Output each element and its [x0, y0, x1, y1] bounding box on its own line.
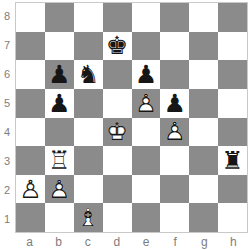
- rank-label-8: 8: [0, 2, 14, 31]
- square-e2[interactable]: [132, 175, 161, 204]
- piece-white-rook[interactable]: ♜♖: [48, 148, 70, 173]
- square-c6[interactable]: ♞: [74, 60, 103, 89]
- square-d2[interactable]: [103, 175, 132, 204]
- piece-white-pawn[interactable]: ♟♙: [135, 91, 157, 116]
- square-g5[interactable]: [189, 89, 218, 118]
- square-b7[interactable]: [45, 32, 74, 61]
- piece-white-king[interactable]: ♚♔: [106, 119, 128, 144]
- square-c1[interactable]: ♝♗: [74, 203, 103, 232]
- file-label-e: e: [132, 233, 161, 250]
- square-e8[interactable]: [132, 3, 161, 32]
- square-a1[interactable]: [16, 203, 45, 232]
- square-f7[interactable]: [160, 32, 189, 61]
- chess-board: ♚♟♞♟♟♟♙♟♚♔♟♙♜♖♜♟♙♟♙♝♗: [15, 2, 248, 233]
- square-f4[interactable]: ♟♙: [160, 118, 189, 147]
- square-f3[interactable]: [160, 146, 189, 175]
- square-b5[interactable]: ♟: [45, 89, 74, 118]
- rank-label-6: 6: [0, 60, 14, 89]
- square-h7[interactable]: [218, 32, 247, 61]
- piece-glyph-outline: ♖: [48, 148, 70, 173]
- square-g2[interactable]: [189, 175, 218, 204]
- piece-white-bishop[interactable]: ♝♗: [77, 205, 99, 230]
- square-c4[interactable]: [74, 118, 103, 147]
- square-e7[interactable]: [132, 32, 161, 61]
- square-d3[interactable]: [103, 146, 132, 175]
- square-c5[interactable]: [74, 89, 103, 118]
- rank-label-2: 2: [0, 175, 14, 204]
- square-b3[interactable]: ♜♖: [45, 146, 74, 175]
- file-label-b: b: [44, 233, 73, 250]
- piece-glyph-outline: ♔: [106, 119, 128, 144]
- piece-black-rook[interactable]: ♜: [221, 148, 243, 173]
- square-b1[interactable]: [45, 203, 74, 232]
- square-d5[interactable]: [103, 89, 132, 118]
- square-f5[interactable]: ♟: [160, 89, 189, 118]
- square-d6[interactable]: [103, 60, 132, 89]
- square-h4[interactable]: [218, 118, 247, 147]
- file-label-c: c: [73, 233, 102, 250]
- piece-glyph-outline: ♙: [164, 119, 186, 144]
- file-label-a: a: [15, 233, 44, 250]
- piece-black-knight[interactable]: ♞: [77, 62, 99, 87]
- square-d8[interactable]: [103, 3, 132, 32]
- square-a4[interactable]: [16, 118, 45, 147]
- rank-label-7: 7: [0, 31, 14, 60]
- square-d7[interactable]: ♚: [103, 32, 132, 61]
- rank-label-3: 3: [0, 146, 14, 175]
- square-e5[interactable]: ♟♙: [132, 89, 161, 118]
- piece-glyph-outline: ♗: [77, 205, 99, 230]
- square-b8[interactable]: [45, 3, 74, 32]
- square-g4[interactable]: [189, 118, 218, 147]
- square-f8[interactable]: [160, 3, 189, 32]
- piece-white-pawn[interactable]: ♟♙: [19, 177, 41, 202]
- piece-glyph-outline: ♙: [48, 177, 70, 202]
- file-label-d: d: [102, 233, 131, 250]
- square-c7[interactable]: [74, 32, 103, 61]
- rank-labels: 87654321: [0, 2, 14, 233]
- piece-glyph-outline: ♙: [19, 177, 41, 202]
- file-label-h: h: [219, 233, 248, 250]
- square-c3[interactable]: [74, 146, 103, 175]
- square-e1[interactable]: [132, 203, 161, 232]
- piece-white-pawn[interactable]: ♟♙: [164, 119, 186, 144]
- square-a3[interactable]: [16, 146, 45, 175]
- square-e4[interactable]: [132, 118, 161, 147]
- square-b2[interactable]: ♟♙: [45, 175, 74, 204]
- square-h3[interactable]: ♜: [218, 146, 247, 175]
- piece-black-pawn[interactable]: ♟: [48, 62, 70, 87]
- rank-label-4: 4: [0, 118, 14, 147]
- rank-label-5: 5: [0, 89, 14, 118]
- square-e3[interactable]: [132, 146, 161, 175]
- piece-black-pawn[interactable]: ♟: [135, 62, 157, 87]
- square-h1[interactable]: [218, 203, 247, 232]
- square-f1[interactable]: [160, 203, 189, 232]
- square-g8[interactable]: [189, 3, 218, 32]
- square-d1[interactable]: [103, 203, 132, 232]
- square-a5[interactable]: [16, 89, 45, 118]
- file-labels: abcdefgh: [15, 233, 248, 250]
- piece-black-king[interactable]: ♚: [106, 33, 128, 58]
- square-a8[interactable]: [16, 3, 45, 32]
- file-label-f: f: [161, 233, 190, 250]
- square-h8[interactable]: [218, 3, 247, 32]
- file-label-g: g: [190, 233, 219, 250]
- square-c8[interactable]: [74, 3, 103, 32]
- square-g6[interactable]: [189, 60, 218, 89]
- piece-glyph-outline: ♙: [135, 91, 157, 116]
- square-c2[interactable]: [74, 175, 103, 204]
- square-a6[interactable]: [16, 60, 45, 89]
- square-h6[interactable]: [218, 60, 247, 89]
- rank-label-1: 1: [0, 204, 14, 233]
- square-b4[interactable]: [45, 118, 74, 147]
- square-a7[interactable]: [16, 32, 45, 61]
- square-f6[interactable]: [160, 60, 189, 89]
- square-g7[interactable]: [189, 32, 218, 61]
- square-h5[interactable]: [218, 89, 247, 118]
- square-f2[interactable]: [160, 175, 189, 204]
- square-b6[interactable]: ♟: [45, 60, 74, 89]
- square-g3[interactable]: [189, 146, 218, 175]
- square-h2[interactable]: [218, 175, 247, 204]
- square-g1[interactable]: [189, 203, 218, 232]
- square-e6[interactable]: ♟: [132, 60, 161, 89]
- square-a2[interactable]: ♟♙: [16, 175, 45, 204]
- piece-white-pawn[interactable]: ♟♙: [48, 177, 70, 202]
- piece-black-pawn[interactable]: ♟: [48, 91, 70, 116]
- square-d4[interactable]: ♚♔: [103, 118, 132, 147]
- chess-board-diagram: 87654321 ♚♟♞♟♟♟♙♟♚♔♟♙♜♖♜♟♙♟♙♝♗ abcdefgh: [0, 0, 250, 250]
- piece-black-pawn[interactable]: ♟: [164, 91, 186, 116]
